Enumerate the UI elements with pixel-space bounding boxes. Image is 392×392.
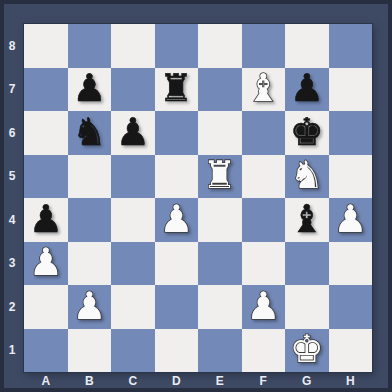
square-g3[interactable]	[285, 242, 329, 286]
file-label-b: B	[68, 372, 112, 392]
square-f2[interactable]: ♟	[242, 285, 286, 329]
file-label-f: F	[242, 372, 286, 392]
rank-label-3: 3	[0, 242, 24, 286]
file-label-e: E	[198, 372, 242, 392]
square-f3[interactable]	[242, 242, 286, 286]
piece-white-pawn[interactable]: ♟	[72, 287, 106, 325]
file-label-d: D	[155, 372, 199, 392]
rank-label-1: 1	[0, 329, 24, 373]
square-g5[interactable]: ♞	[285, 155, 329, 199]
piece-white-pawn[interactable]: ♟	[159, 200, 193, 238]
rank-labels: 87654321	[0, 24, 24, 372]
square-c1[interactable]	[111, 329, 155, 373]
square-d3[interactable]	[155, 242, 199, 286]
square-d7[interactable]: ♜	[155, 68, 199, 112]
rank-label-4: 4	[0, 198, 24, 242]
square-h5[interactable]	[329, 155, 373, 199]
piece-white-king[interactable]: ♚	[290, 330, 324, 368]
square-d8[interactable]	[155, 24, 199, 68]
file-label-c: C	[111, 372, 155, 392]
chess-board[interactable]: ♟♜♝♟♞♟♚♜♞♟♟♝♟♟♟♟♚	[24, 24, 372, 372]
piece-white-pawn[interactable]: ♟	[246, 287, 280, 325]
square-e4[interactable]	[198, 198, 242, 242]
file-label-h: H	[329, 372, 373, 392]
square-c5[interactable]	[111, 155, 155, 199]
square-a1[interactable]	[24, 329, 68, 373]
square-f1[interactable]	[242, 329, 286, 373]
rank-label-7: 7	[0, 68, 24, 112]
square-h3[interactable]	[329, 242, 373, 286]
square-g6[interactable]: ♚	[285, 111, 329, 155]
piece-black-pawn[interactable]: ♟	[29, 200, 63, 238]
square-a4[interactable]: ♟	[24, 198, 68, 242]
square-a2[interactable]	[24, 285, 68, 329]
square-a7[interactable]	[24, 68, 68, 112]
square-e1[interactable]	[198, 329, 242, 373]
square-c6[interactable]: ♟	[111, 111, 155, 155]
square-e6[interactable]	[198, 111, 242, 155]
square-d2[interactable]	[155, 285, 199, 329]
square-f5[interactable]	[242, 155, 286, 199]
square-b4[interactable]	[68, 198, 112, 242]
square-e7[interactable]	[198, 68, 242, 112]
square-c8[interactable]	[111, 24, 155, 68]
square-g7[interactable]: ♟	[285, 68, 329, 112]
piece-black-knight[interactable]: ♞	[72, 113, 106, 151]
piece-black-pawn[interactable]: ♟	[116, 113, 150, 151]
piece-white-rook[interactable]: ♜	[203, 156, 237, 194]
square-f7[interactable]: ♝	[242, 68, 286, 112]
piece-white-knight[interactable]: ♞	[290, 156, 324, 194]
file-label-g: G	[285, 372, 329, 392]
square-c2[interactable]	[111, 285, 155, 329]
square-d4[interactable]: ♟	[155, 198, 199, 242]
rank-label-5: 5	[0, 155, 24, 199]
square-a5[interactable]	[24, 155, 68, 199]
square-c7[interactable]	[111, 68, 155, 112]
square-e3[interactable]	[198, 242, 242, 286]
square-d6[interactable]	[155, 111, 199, 155]
rank-label-6: 6	[0, 111, 24, 155]
piece-black-bishop[interactable]: ♝	[290, 200, 324, 238]
square-f4[interactable]	[242, 198, 286, 242]
square-b7[interactable]: ♟	[68, 68, 112, 112]
square-e5[interactable]: ♜	[198, 155, 242, 199]
square-b2[interactable]: ♟	[68, 285, 112, 329]
square-a3[interactable]: ♟	[24, 242, 68, 286]
square-d1[interactable]	[155, 329, 199, 373]
file-label-a: A	[24, 372, 68, 392]
square-b3[interactable]	[68, 242, 112, 286]
square-b5[interactable]	[68, 155, 112, 199]
square-h8[interactable]	[329, 24, 373, 68]
square-d5[interactable]	[155, 155, 199, 199]
square-g1[interactable]: ♚	[285, 329, 329, 373]
piece-black-pawn[interactable]: ♟	[290, 69, 324, 107]
board-frame: 87654321 ♟♜♝♟♞♟♚♜♞♟♟♝♟♟♟♟♚ ABCDEFGH	[0, 0, 392, 392]
square-e8[interactable]	[198, 24, 242, 68]
square-h4[interactable]: ♟	[329, 198, 373, 242]
square-h2[interactable]	[329, 285, 373, 329]
square-g4[interactable]: ♝	[285, 198, 329, 242]
square-g8[interactable]	[285, 24, 329, 68]
square-b6[interactable]: ♞	[68, 111, 112, 155]
piece-white-pawn[interactable]: ♟	[333, 200, 367, 238]
square-h1[interactable]	[329, 329, 373, 373]
piece-black-king[interactable]: ♚	[290, 113, 324, 151]
square-c4[interactable]	[111, 198, 155, 242]
piece-black-pawn[interactable]: ♟	[72, 69, 106, 107]
square-h6[interactable]	[329, 111, 373, 155]
square-f6[interactable]	[242, 111, 286, 155]
piece-white-bishop[interactable]: ♝	[246, 69, 280, 107]
rank-label-8: 8	[0, 24, 24, 68]
square-h7[interactable]	[329, 68, 373, 112]
square-b1[interactable]	[68, 329, 112, 373]
square-b8[interactable]	[68, 24, 112, 68]
square-c3[interactable]	[111, 242, 155, 286]
file-labels: ABCDEFGH	[24, 372, 372, 392]
square-e2[interactable]	[198, 285, 242, 329]
piece-white-pawn[interactable]: ♟	[29, 243, 63, 281]
square-f8[interactable]	[242, 24, 286, 68]
piece-black-rook[interactable]: ♜	[159, 69, 193, 107]
square-a8[interactable]	[24, 24, 68, 68]
square-g2[interactable]	[285, 285, 329, 329]
rank-label-2: 2	[0, 285, 24, 329]
square-a6[interactable]	[24, 111, 68, 155]
